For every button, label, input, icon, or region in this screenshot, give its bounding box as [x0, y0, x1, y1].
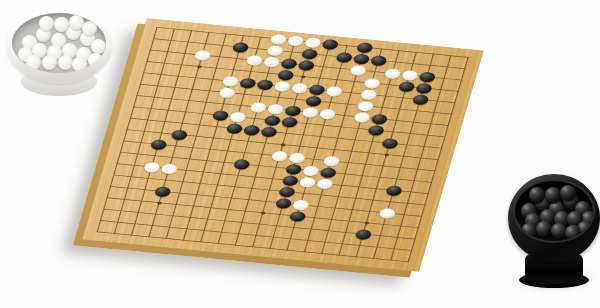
white-stone [291, 82, 309, 93]
black-stone [381, 138, 399, 149]
white-stone [360, 89, 378, 100]
white-stone [304, 37, 322, 48]
black-bowl-stone [560, 185, 576, 201]
black-stone [301, 48, 319, 59]
black-bowl-stone [529, 187, 545, 203]
white-stone [266, 45, 284, 56]
black-stone [275, 198, 293, 209]
black-stone [212, 110, 230, 121]
white-stone [222, 76, 240, 87]
white-stone [194, 50, 212, 61]
black-stone [308, 84, 326, 95]
black-stone [256, 79, 274, 90]
white-stone [384, 68, 402, 79]
black-stone [370, 114, 388, 125]
black-stone [370, 55, 388, 66]
star-point [280, 143, 285, 146]
black-stone [321, 39, 339, 50]
white-stone [288, 152, 306, 163]
white-stone [301, 107, 319, 118]
black-stone [297, 60, 315, 71]
black-stone [418, 71, 436, 82]
black-stone-bowl [508, 170, 600, 292]
white-stone [401, 70, 419, 81]
white-stone [316, 178, 334, 189]
star-point [384, 153, 389, 156]
white-stone [229, 112, 247, 123]
white-bowl-stone [42, 55, 57, 70]
white-stone [218, 87, 236, 98]
white-stone [263, 56, 281, 67]
black-stone [154, 186, 172, 197]
white-stone [273, 81, 291, 92]
white-stone [271, 151, 289, 162]
black-stone [305, 96, 323, 107]
board-surface [82, 18, 484, 272]
white-bowl-stone [58, 55, 73, 70]
black-stone [352, 53, 370, 64]
go-board [82, 18, 484, 272]
white-stone [378, 208, 396, 219]
black-stone [356, 42, 374, 53]
black-stone [150, 139, 168, 150]
white-stone [323, 156, 341, 167]
black-stone [278, 186, 296, 197]
white-stone [269, 34, 287, 45]
white-stone [363, 78, 381, 89]
white-stone [356, 101, 374, 112]
white-bowl-opening [12, 13, 106, 73]
black-stone [284, 105, 302, 116]
board-intersection [398, 256, 419, 269]
go-set-product-photo [0, 0, 600, 308]
star-point [157, 202, 162, 205]
black-stone [367, 125, 385, 136]
star-point [260, 212, 265, 215]
star-point [364, 222, 369, 225]
white-stone [292, 199, 310, 210]
white-bowl-stone [39, 16, 54, 31]
white-stone [245, 55, 263, 66]
black-stone [239, 77, 257, 88]
white-stone [267, 104, 285, 115]
black-stone [232, 42, 250, 53]
white-stone-bowl [6, 6, 112, 100]
white-stone [302, 165, 320, 176]
black-bowl-opening [513, 179, 595, 243]
black-stone [277, 69, 295, 80]
black-stone [335, 52, 353, 63]
black-stone [280, 58, 298, 69]
black-stone [354, 229, 372, 240]
white-bowl-stone [54, 17, 69, 32]
black-bowl-stone [545, 187, 561, 203]
black-stone [233, 159, 251, 170]
black-stone [226, 123, 244, 134]
white-bowl-stone [82, 21, 97, 36]
white-stone [287, 35, 305, 46]
black-stone [263, 115, 281, 126]
board-grid [87, 21, 479, 268]
black-stone [319, 167, 337, 178]
black-stone [243, 125, 261, 136]
black-stone [398, 81, 416, 92]
black-stone [289, 211, 307, 222]
black-stone [281, 117, 299, 128]
black-stone [385, 185, 403, 196]
white-stone [299, 177, 317, 188]
black-stone [415, 83, 433, 94]
white-stone [160, 163, 178, 174]
white-stone [349, 65, 367, 76]
white-stone [249, 102, 267, 113]
white-stone [353, 112, 371, 123]
black-bowl-stone [536, 221, 552, 237]
black-stone [260, 126, 278, 137]
star-point [197, 65, 202, 68]
black-stone [170, 129, 188, 140]
white-bowl-stone [91, 39, 106, 54]
star-point [300, 75, 305, 78]
white-stone [143, 162, 161, 173]
white-stone [319, 109, 337, 120]
black-stone [285, 164, 303, 175]
black-stone [412, 94, 430, 105]
white-stone [325, 86, 343, 97]
black-stone [281, 175, 299, 186]
